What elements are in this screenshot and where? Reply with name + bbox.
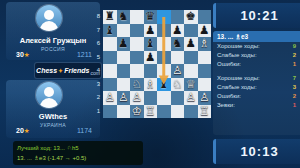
stat-value: 7: [293, 74, 296, 83]
rank-label-8: 8: [95, 10, 102, 24]
stat-label: Зевки:: [217, 102, 235, 108]
square-h8[interactable]: [198, 10, 212, 24]
square-a5[interactable]: [103, 51, 117, 65]
logo-text-right: Friends: [64, 67, 89, 74]
stat-label: Ошибки:: [217, 61, 241, 67]
piece-black-knight: ♞: [172, 37, 182, 51]
square-h6[interactable]: ♗: [198, 37, 212, 51]
avatar-torso-icon: [40, 21, 58, 31]
clock-bottom: 10:13: [213, 139, 300, 164]
square-f7[interactable]: ♟: [171, 24, 185, 38]
stat-row: Хорошие ходы:7: [213, 74, 300, 83]
piece-white-queen: ♕: [186, 78, 196, 92]
piece-white-knight: ♘: [132, 78, 142, 92]
square-b1[interactable]: [117, 105, 131, 119]
square-g6[interactable]: ♟: [184, 37, 198, 51]
square-a1[interactable]: [103, 105, 117, 119]
square-g7[interactable]: [184, 24, 198, 38]
square-g4[interactable]: [184, 64, 198, 78]
square-b2[interactable]: ♙: [117, 91, 131, 105]
square-g2[interactable]: ♙: [184, 91, 198, 105]
stat-value: 1: [293, 60, 296, 69]
piece-black-bishop: ♝: [159, 78, 169, 92]
player-stats-bottom: 20★ 1174: [16, 127, 92, 136]
square-g5[interactable]: [184, 51, 198, 65]
square-f4[interactable]: ♙: [171, 64, 185, 78]
square-a6[interactable]: [103, 37, 117, 51]
stat-value: 2: [293, 92, 296, 101]
selected-move-row[interactable]: 13. ... ♗e3: [213, 31, 300, 42]
stat-value: 2: [293, 51, 296, 60]
square-e7[interactable]: [157, 24, 171, 38]
stat-label: Хорошие ходы:: [217, 75, 260, 81]
piece-white-pawn: ♙: [186, 91, 196, 105]
stat-row: Хорошие ходы:9: [213, 42, 300, 51]
player-card-top: Алексей Гружцын РОССИЯ 30★ 1211: [6, 2, 100, 60]
piece-black-knight: ♞: [118, 10, 128, 24]
stat-group-1: Хорошие ходы:9Слабые ходы:2Ошибки:1: [213, 42, 300, 69]
piece-black-pawn: ♟: [186, 37, 196, 51]
square-a8[interactable]: ♜: [103, 10, 117, 24]
rank-label-7: 7: [95, 24, 102, 38]
square-g8[interactable]: ♚: [184, 10, 198, 24]
piece-black-pawn: ♟: [199, 24, 209, 38]
chess-board: ♜♞♛♚♝♟♟♟♟♝♞♟♗♟♙♘♗♝♘♕♙♙♙♙♙♔♖♖: [103, 10, 211, 118]
piece-white-bishop: ♗: [145, 78, 155, 92]
stat-row: Слабые ходы:2: [213, 51, 300, 60]
square-b4[interactable]: [117, 64, 131, 78]
clock-top: 10:21: [213, 3, 300, 28]
player-stats-top: 30★ 1211: [16, 51, 92, 60]
square-e3[interactable]: ♝: [157, 78, 171, 92]
square-h3[interactable]: [198, 78, 212, 92]
square-c7[interactable]: [130, 24, 144, 38]
square-c3[interactable]: ♘: [130, 78, 144, 92]
rank-label-5: 5: [95, 51, 102, 65]
piece-white-rook: ♖: [145, 105, 155, 119]
best-move-line: Лучший ход: 13... ♘h5: [17, 143, 139, 153]
square-d6[interactable]: ♝: [144, 37, 158, 51]
stat-label: Слабые ходы:: [217, 52, 257, 58]
piece-black-queen: ♛: [145, 10, 155, 24]
square-b7[interactable]: [117, 24, 131, 38]
piece-black-pawn: ♟: [145, 51, 155, 65]
piece-white-bishop: ♗: [199, 37, 209, 51]
square-e5[interactable]: [157, 51, 171, 65]
square-e4[interactable]: [157, 64, 171, 78]
rank-label-1: 1: [95, 105, 102, 119]
square-b6[interactable]: ♟: [117, 37, 131, 51]
stat-value: 9: [293, 42, 296, 51]
square-d1[interactable]: ♖: [144, 105, 158, 119]
square-c6[interactable]: [130, 37, 144, 51]
avatar-top: [36, 5, 62, 31]
avatar-head-icon: [44, 87, 54, 97]
stat-row: Ошибки:2: [213, 92, 300, 101]
square-e8[interactable]: [157, 10, 171, 24]
player-name-top: Алексей Гружцын: [6, 36, 100, 45]
stat-value: 1: [293, 101, 296, 110]
square-c8[interactable]: [130, 10, 144, 24]
piece-white-knight: ♘: [172, 78, 182, 92]
chessfriends-logo: Chess ✦ Friends com: [34, 62, 102, 79]
avatar-torso-icon: [40, 98, 58, 108]
square-f3[interactable]: ♘: [171, 78, 185, 92]
logo-text-left: Chess: [36, 67, 57, 74]
stat-row: Зевки:1: [213, 101, 300, 110]
player-card-bottom: GWthes УКРАИНА 20★ 1174: [6, 80, 100, 138]
square-a7[interactable]: ♝: [103, 24, 117, 38]
piece-black-bishop: ♝: [145, 37, 155, 51]
square-f8[interactable]: [171, 10, 185, 24]
square-c2[interactable]: ♙: [130, 91, 144, 105]
stat-label: Ошибки:: [217, 93, 241, 99]
stat-label: Слабые ходы:: [217, 84, 257, 90]
star-icon: ★: [24, 51, 30, 58]
square-f5[interactable]: [171, 51, 185, 65]
player-name-bottom: GWthes: [6, 112, 100, 121]
piece-black-rook: ♜: [105, 10, 115, 24]
engine-analysis-box: Лучший ход: 13... ♘h5 13. ... ♗e3 (-1.47…: [13, 141, 143, 165]
rank-label-4: 4: [95, 64, 102, 78]
move-quality-stats: Хорошие ходы:9Слабые ходы:2Ошибки:1Хорош…: [213, 42, 300, 110]
piece-black-bishop: ♝: [105, 24, 115, 38]
piece-black-pawn: ♟: [118, 37, 128, 51]
square-b3[interactable]: [117, 78, 131, 92]
app-window: Алексей Гружцын РОССИЯ 30★ 1211 Chess ✦ …: [0, 0, 300, 168]
square-b8[interactable]: ♞: [117, 10, 131, 24]
piece-white-pawn: ♙: [118, 91, 128, 105]
piece-white-pawn: ♙: [132, 91, 142, 105]
piece-black-pawn: ♟: [145, 24, 155, 38]
avatar-head-icon: [44, 10, 54, 20]
piece-white-king: ♔: [132, 105, 142, 119]
square-h1[interactable]: ♖: [198, 105, 212, 119]
piece-black-king: ♚: [186, 10, 196, 24]
player-rating-bottom: 1174: [77, 127, 92, 134]
stat-label: Хорошие ходы:: [217, 43, 260, 49]
played-move-line: 13. ... ♗e3 (-1.47 → +0.5): [17, 153, 139, 163]
square-d5[interactable]: ♟: [144, 51, 158, 65]
player-level-bottom: 20: [16, 127, 24, 134]
player-level-top: 30: [16, 51, 24, 58]
square-a3[interactable]: [103, 78, 117, 92]
piece-white-pawn: ♙: [199, 91, 209, 105]
square-a4[interactable]: [103, 64, 117, 78]
star-icon: ★: [24, 127, 30, 134]
rank-label-2: 2: [95, 91, 102, 105]
square-d3[interactable]: ♗: [144, 78, 158, 92]
player-rating-top: 1211: [77, 51, 92, 58]
stat-row: Ошибки:1: [213, 60, 300, 69]
square-b5[interactable]: [117, 51, 131, 65]
square-g3[interactable]: ♕: [184, 78, 198, 92]
logo-star-icon: ✦: [58, 67, 63, 74]
square-c4[interactable]: [130, 64, 144, 78]
piece-white-rook: ♖: [199, 105, 209, 119]
avatar-bottom: [36, 82, 62, 108]
square-c5[interactable]: [130, 51, 144, 65]
rank-labels: 87654321: [95, 10, 102, 118]
square-h7[interactable]: ♟: [198, 24, 212, 38]
square-e6[interactable]: [157, 37, 171, 51]
piece-white-pawn: ♙: [172, 64, 182, 78]
stat-value: 3: [293, 83, 296, 92]
rank-label-3: 3: [95, 78, 102, 92]
square-g1[interactable]: [184, 105, 198, 119]
analysis-panel: 13. ... ♗e3 Хорошие ходы:9Слабые ходы:2О…: [213, 31, 300, 135]
square-c1[interactable]: ♔: [130, 105, 144, 119]
piece-white-pawn: ♙: [105, 91, 115, 105]
square-e2[interactable]: [157, 91, 171, 105]
square-d4[interactable]: [144, 64, 158, 78]
rank-label-6: 6: [95, 37, 102, 51]
square-d2[interactable]: [144, 91, 158, 105]
piece-black-pawn: ♟: [172, 24, 182, 38]
square-h5[interactable]: [198, 51, 212, 65]
stat-group-2: Хорошие ходы:7Слабые ходы:3Ошибки:2Зевки…: [213, 74, 300, 110]
square-d7[interactable]: ♟: [144, 24, 158, 38]
stat-row: Слабые ходы:3: [213, 83, 300, 92]
square-f1[interactable]: [171, 105, 185, 119]
square-e1[interactable]: [157, 105, 171, 119]
square-h4[interactable]: [198, 64, 212, 78]
square-d8[interactable]: ♛: [144, 10, 158, 24]
square-f2[interactable]: [171, 91, 185, 105]
square-h2[interactable]: ♙: [198, 91, 212, 105]
square-a2[interactable]: ♙: [103, 91, 117, 105]
square-f6[interactable]: ♞: [171, 37, 185, 51]
